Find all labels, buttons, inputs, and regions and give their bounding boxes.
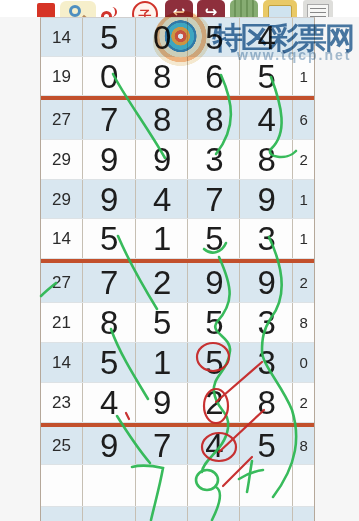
digit-cell[interactable]: 1 bbox=[136, 219, 189, 258]
digit-cell[interactable] bbox=[83, 465, 136, 506]
digit-cell[interactable]: 5 bbox=[188, 219, 240, 258]
digit-cell[interactable]: 7 bbox=[83, 100, 136, 139]
table-row: 1451531 bbox=[41, 219, 314, 259]
table-row bbox=[41, 465, 314, 507]
tail-cell[interactable]: 1 bbox=[293, 180, 314, 218]
digit-cell[interactable]: 3 bbox=[240, 343, 293, 382]
digit-cell[interactable]: 7 bbox=[136, 427, 189, 464]
digit-cell[interactable]: 8 bbox=[136, 57, 189, 95]
digit-cell[interactable]: 2 bbox=[136, 263, 189, 302]
digit-cell[interactable] bbox=[136, 507, 189, 521]
tail-cell[interactable] bbox=[293, 465, 314, 506]
tail-cell[interactable] bbox=[293, 507, 314, 521]
table-row: 2597458 bbox=[41, 427, 314, 465]
red-square-icon[interactable] bbox=[37, 3, 55, 17]
tail-cell[interactable]: 2 bbox=[293, 383, 314, 422]
digit-cell[interactable]: 4 bbox=[83, 383, 136, 422]
annotation-toolbar: 子↩↪ bbox=[0, 0, 359, 17]
digit-cell[interactable]: 4 bbox=[240, 100, 293, 139]
sum-cell[interactable]: 14 bbox=[41, 343, 83, 382]
digit-cell[interactable]: 5 bbox=[83, 18, 136, 56]
digit-cell[interactable]: 0 bbox=[136, 18, 189, 56]
table-row: 2994791 bbox=[41, 180, 314, 219]
search-icon[interactable] bbox=[60, 1, 96, 17]
digit-cell[interactable]: 3 bbox=[240, 303, 293, 342]
sum-cell[interactable]: 19 bbox=[41, 57, 83, 95]
digit-cell[interactable] bbox=[240, 507, 293, 521]
note-page bbox=[307, 4, 329, 17]
tail-cell[interactable]: 6 bbox=[293, 100, 314, 139]
digit-cell[interactable]: 5 bbox=[136, 303, 189, 342]
undo-icon-glyph: ↩ bbox=[165, 0, 193, 17]
sum-cell[interactable]: 29 bbox=[41, 180, 83, 218]
notes-icon[interactable] bbox=[303, 0, 333, 17]
digit-cell[interactable]: 5 bbox=[83, 343, 136, 382]
digit-cell[interactable]: 5 bbox=[188, 343, 240, 382]
tail-cell[interactable]: 2 bbox=[293, 140, 314, 179]
digit-cell[interactable] bbox=[240, 465, 293, 506]
digit-cell[interactable]: 9 bbox=[83, 427, 136, 464]
digit-cell[interactable]: 4 bbox=[240, 18, 293, 56]
sum-cell[interactable]: 27 bbox=[41, 263, 83, 302]
digit-cell[interactable]: 8 bbox=[188, 100, 240, 139]
digit-cell[interactable]: 5 bbox=[188, 18, 240, 56]
sum-cell[interactable]: 21 bbox=[41, 303, 83, 342]
digit-cell[interactable] bbox=[83, 507, 136, 521]
digit-cell[interactable]: 9 bbox=[240, 180, 293, 218]
digit-cell[interactable]: 0 bbox=[83, 57, 136, 95]
tail-cell[interactable]: 2 bbox=[293, 263, 314, 302]
table-row: 2185538 bbox=[41, 303, 314, 343]
digit-cell[interactable]: 5 bbox=[240, 427, 293, 464]
digit-cell[interactable]: 1 bbox=[136, 343, 189, 382]
digit-cell[interactable]: 5 bbox=[83, 219, 136, 258]
table-row: 2772992 bbox=[41, 263, 314, 303]
digit-cell[interactable]: 5 bbox=[240, 57, 293, 95]
digit-cell[interactable]: 9 bbox=[188, 263, 240, 302]
zodiac-icon[interactable]: 子 bbox=[132, 1, 158, 17]
tail-cell[interactable]: 0 bbox=[293, 343, 314, 382]
sum-cell[interactable] bbox=[41, 507, 83, 521]
zodiac-icon-glyph: 子 bbox=[134, 3, 156, 17]
digit-cell[interactable]: 7 bbox=[83, 263, 136, 302]
table-row: 1451530 bbox=[41, 343, 314, 383]
redo-icon-glyph: ↪ bbox=[197, 0, 225, 17]
digit-cell[interactable]: 8 bbox=[240, 383, 293, 422]
undo-icon[interactable]: ↩ bbox=[165, 0, 193, 17]
sum-cell[interactable]: 29 bbox=[41, 140, 83, 179]
pin-icon[interactable] bbox=[100, 5, 117, 17]
tail-cell[interactable]: 1 bbox=[293, 219, 314, 258]
sum-cell[interactable]: 23 bbox=[41, 383, 83, 422]
digit-cell[interactable] bbox=[188, 465, 240, 506]
digit-cell[interactable]: 3 bbox=[188, 140, 240, 179]
pin-tail bbox=[112, 7, 117, 17]
digit-cell[interactable] bbox=[136, 465, 189, 506]
sum-cell[interactable]: 27 bbox=[41, 100, 83, 139]
digit-cell[interactable]: 5 bbox=[188, 303, 240, 342]
sum-cell[interactable] bbox=[41, 465, 83, 506]
digit-cell[interactable]: 9 bbox=[136, 383, 189, 422]
sum-cell[interactable]: 25 bbox=[41, 427, 83, 464]
digit-cell[interactable]: 7 bbox=[188, 180, 240, 218]
magnifier-lens bbox=[69, 5, 81, 17]
digit-cell[interactable]: 4 bbox=[136, 180, 189, 218]
digit-cell[interactable]: 9 bbox=[83, 180, 136, 218]
trend-table: 1450541908651277884629993822994791145153… bbox=[40, 17, 315, 521]
digit-cell[interactable] bbox=[188, 507, 240, 521]
digit-cell[interactable]: 6 bbox=[188, 57, 240, 95]
tail-cell[interactable]: 8 bbox=[293, 427, 314, 464]
note-line bbox=[310, 8, 326, 9]
gallery-icon[interactable] bbox=[263, 0, 297, 17]
tail-cell[interactable] bbox=[293, 18, 314, 56]
digit-cell[interactable]: 4 bbox=[188, 427, 240, 464]
table-row: 2349282 bbox=[41, 383, 314, 423]
table-row: 145054 bbox=[41, 18, 314, 57]
eraser-icon[interactable] bbox=[230, 0, 258, 17]
lottery-trend-screen: 子↩↪ 145054190865127788462999382299479114… bbox=[0, 0, 359, 521]
magnifier-handle bbox=[82, 15, 90, 17]
sum-cell[interactable]: 14 bbox=[41, 219, 83, 258]
sum-cell[interactable]: 14 bbox=[41, 18, 83, 56]
digit-cell[interactable]: 9 bbox=[83, 140, 136, 179]
redo-icon[interactable]: ↪ bbox=[197, 0, 225, 17]
digit-cell[interactable]: 3 bbox=[240, 219, 293, 258]
digit-cell[interactable]: 9 bbox=[240, 263, 293, 302]
digit-cell[interactable]: 8 bbox=[83, 303, 136, 342]
digit-cell[interactable]: 2 bbox=[188, 383, 240, 422]
table-row: 2999382 bbox=[41, 140, 314, 180]
photo-thumb bbox=[268, 5, 292, 17]
digit-cell[interactable]: 8 bbox=[240, 140, 293, 179]
digit-cell[interactable]: 8 bbox=[136, 100, 189, 139]
table-row: 2778846 bbox=[41, 100, 314, 140]
table-row: 1908651 bbox=[41, 57, 314, 96]
tail-cell[interactable]: 8 bbox=[293, 303, 314, 342]
pin-ring bbox=[101, 11, 112, 17]
tail-cell[interactable]: 1 bbox=[293, 57, 314, 95]
table-row bbox=[41, 507, 314, 521]
digit-cell[interactable]: 9 bbox=[136, 140, 189, 179]
